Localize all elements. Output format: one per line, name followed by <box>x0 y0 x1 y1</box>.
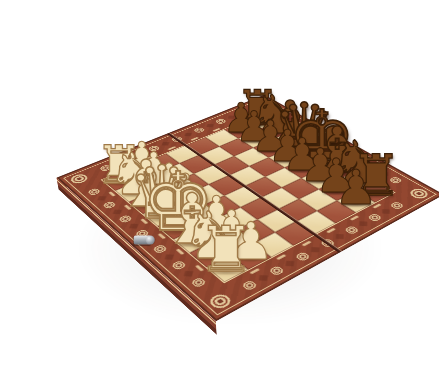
piece-white-rook[interactable]: ♜ <box>198 219 254 282</box>
piece-black-pawn[interactable]: ♟ <box>335 164 378 212</box>
latch-knob-icon <box>146 236 155 245</box>
pieces-layer: ♜♞♝♛♚♝♞♜♟♟♟♟♟♟♟♟♟♟♟♟♟♟♟♟♜♞♝♛♚♝♞♜ <box>0 0 439 384</box>
metal-latch-icon <box>134 236 151 245</box>
product-photo-scene: ♜♞♝♛♚♝♞♜♟♟♟♟♟♟♟♟♟♟♟♟♟♟♟♟♜♞♝♛♚♝♞♜ <box>0 0 439 384</box>
